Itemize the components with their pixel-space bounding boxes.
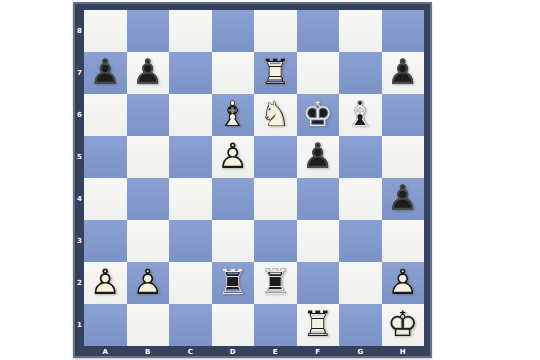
square-c2[interactable]	[169, 262, 212, 304]
square-f7[interactable]	[297, 52, 340, 94]
file-label-g: G	[339, 346, 382, 358]
white-pawn-a2[interactable]: ♟♙	[84, 262, 127, 304]
board-grid: ♟♙♟♙♜♖♟♙♝♗♞♘♚♔♝♗♟♙♟♙♟♙♟♙♟♙♜♖♜♖♟♙♜♖♚♔	[84, 10, 424, 346]
pawn-glyph-outline: ♙	[387, 265, 418, 300]
square-b6[interactable]	[127, 94, 170, 136]
square-b3[interactable]	[127, 220, 170, 262]
white-pawn-b2[interactable]: ♟♙	[127, 262, 170, 304]
square-e6[interactable]: ♞♘	[254, 94, 297, 136]
square-h7[interactable]: ♟♙	[382, 52, 425, 94]
file-label-h: H	[382, 346, 425, 358]
pawn-glyph-outline: ♙	[302, 139, 333, 174]
square-e2[interactable]: ♜♖	[254, 262, 297, 304]
rank-label-1: 1	[75, 304, 84, 346]
rook-glyph-outline: ♖	[260, 265, 291, 300]
black-pawn-f5[interactable]: ♟♙	[297, 136, 340, 178]
square-g7[interactable]	[339, 52, 382, 94]
pawn-glyph-outline: ♙	[132, 265, 163, 300]
square-f1[interactable]: ♜♖	[297, 304, 340, 346]
square-d7[interactable]	[212, 52, 255, 94]
square-d4[interactable]	[212, 178, 255, 220]
file-label-e: E	[254, 346, 297, 358]
pawn-glyph-outline: ♙	[387, 55, 418, 90]
square-b1[interactable]	[127, 304, 170, 346]
square-g5[interactable]	[339, 136, 382, 178]
square-d5[interactable]: ♟♙	[212, 136, 255, 178]
square-g8[interactable]	[339, 10, 382, 52]
square-h3[interactable]	[382, 220, 425, 262]
knight-glyph-outline: ♘	[260, 97, 291, 132]
rank-label-7: 7	[75, 52, 84, 94]
square-h2[interactable]: ♟♙	[382, 262, 425, 304]
square-a1[interactable]	[84, 304, 127, 346]
file-label-a: A	[84, 346, 127, 358]
pawn-glyph-outline: ♙	[132, 55, 163, 90]
rank-label-5: 5	[75, 136, 84, 178]
king-glyph-outline: ♔	[387, 307, 418, 342]
square-b5[interactable]	[127, 136, 170, 178]
white-pawn-h2[interactable]: ♟♙	[382, 262, 425, 304]
square-h8[interactable]	[382, 10, 425, 52]
black-pawn-h4[interactable]: ♟♙	[382, 178, 425, 220]
square-c5[interactable]	[169, 136, 212, 178]
bishop-glyph-outline: ♗	[345, 97, 376, 132]
square-c3[interactable]	[169, 220, 212, 262]
square-g2[interactable]	[339, 262, 382, 304]
pawn-glyph-outline: ♙	[90, 265, 121, 300]
square-c4[interactable]	[169, 178, 212, 220]
square-f8[interactable]	[297, 10, 340, 52]
square-c7[interactable]	[169, 52, 212, 94]
black-pawn-h7[interactable]: ♟♙	[382, 52, 425, 94]
square-a4[interactable]	[84, 178, 127, 220]
pawn-glyph-outline: ♙	[217, 139, 248, 174]
pawn-glyph-outline: ♙	[90, 55, 121, 90]
square-e7[interactable]: ♜♖	[254, 52, 297, 94]
white-rook-f1[interactable]: ♜♖	[297, 304, 340, 346]
square-f4[interactable]	[297, 178, 340, 220]
square-b7[interactable]: ♟♙	[127, 52, 170, 94]
rook-glyph-outline: ♖	[260, 55, 291, 90]
square-d3[interactable]	[212, 220, 255, 262]
square-e5[interactable]	[254, 136, 297, 178]
square-b2[interactable]: ♟♙	[127, 262, 170, 304]
square-c1[interactable]	[169, 304, 212, 346]
file-label-f: F	[297, 346, 340, 358]
file-label-c: C	[169, 346, 212, 358]
white-knight-e6[interactable]: ♞♘	[254, 94, 297, 136]
square-h4[interactable]: ♟♙	[382, 178, 425, 220]
white-rook-e7[interactable]: ♜♖	[254, 52, 297, 94]
square-a5[interactable]	[84, 136, 127, 178]
square-a6[interactable]	[84, 94, 127, 136]
square-e3[interactable]	[254, 220, 297, 262]
square-d6[interactable]: ♝♗	[212, 94, 255, 136]
square-g4[interactable]	[339, 178, 382, 220]
rank-label-3: 3	[75, 220, 84, 262]
square-a2[interactable]: ♟♙	[84, 262, 127, 304]
square-e8[interactable]	[254, 10, 297, 52]
square-b4[interactable]	[127, 178, 170, 220]
square-f2[interactable]	[297, 262, 340, 304]
square-a3[interactable]	[84, 220, 127, 262]
square-d8[interactable]	[212, 10, 255, 52]
rook-glyph-outline: ♖	[302, 307, 333, 342]
rook-glyph-outline: ♖	[217, 265, 248, 300]
black-king-f6[interactable]: ♚♔	[297, 94, 340, 136]
file-label-b: B	[127, 346, 170, 358]
file-labels: ABCDEFGH	[84, 346, 424, 358]
white-bishop-d6[interactable]: ♝♗	[212, 94, 255, 136]
black-pawn-b7[interactable]: ♟♙	[127, 52, 170, 94]
square-e1[interactable]	[254, 304, 297, 346]
rank-label-4: 4	[75, 178, 84, 220]
square-h1[interactable]: ♚♔	[382, 304, 425, 346]
file-label-d: D	[212, 346, 255, 358]
square-h6[interactable]	[382, 94, 425, 136]
square-h5[interactable]	[382, 136, 425, 178]
king-glyph-outline: ♔	[302, 97, 333, 132]
square-d1[interactable]	[212, 304, 255, 346]
square-g6[interactable]: ♝♗	[339, 94, 382, 136]
white-king-h1[interactable]: ♚♔	[382, 304, 425, 346]
black-bishop-g6[interactable]: ♝♗	[339, 94, 382, 136]
black-rook-d2[interactable]: ♜♖	[212, 262, 255, 304]
square-f3[interactable]	[297, 220, 340, 262]
square-g3[interactable]	[339, 220, 382, 262]
square-c6[interactable]	[169, 94, 212, 136]
black-pawn-a7[interactable]: ♟♙	[84, 52, 127, 94]
square-b8[interactable]	[127, 10, 170, 52]
page-background: 87654321 ♟♙♟♙♜♖♟♙♝♗♞♘♚♔♝♗♟♙♟♙♟♙♟♙♟♙♜♖♜♖♟…	[0, 0, 540, 360]
square-d2[interactable]: ♜♖	[212, 262, 255, 304]
square-f5[interactable]: ♟♙	[297, 136, 340, 178]
rank-label-2: 2	[75, 262, 84, 304]
rank-label-8: 8	[75, 10, 84, 52]
square-c8[interactable]	[169, 10, 212, 52]
square-e4[interactable]	[254, 178, 297, 220]
pawn-glyph-outline: ♙	[387, 181, 418, 216]
square-a8[interactable]	[84, 10, 127, 52]
square-a7[interactable]: ♟♙	[84, 52, 127, 94]
white-pawn-d5[interactable]: ♟♙	[212, 136, 255, 178]
square-g1[interactable]	[339, 304, 382, 346]
square-f6[interactable]: ♚♔	[297, 94, 340, 136]
chess-board: 87654321 ♟♙♟♙♜♖♟♙♝♗♞♘♚♔♝♗♟♙♟♙♟♙♟♙♟♙♜♖♜♖♟…	[73, 2, 432, 358]
black-rook-e2[interactable]: ♜♖	[254, 262, 297, 304]
bishop-glyph-outline: ♗	[217, 97, 248, 132]
rank-labels: 87654321	[75, 10, 84, 346]
rank-label-6: 6	[75, 94, 84, 136]
